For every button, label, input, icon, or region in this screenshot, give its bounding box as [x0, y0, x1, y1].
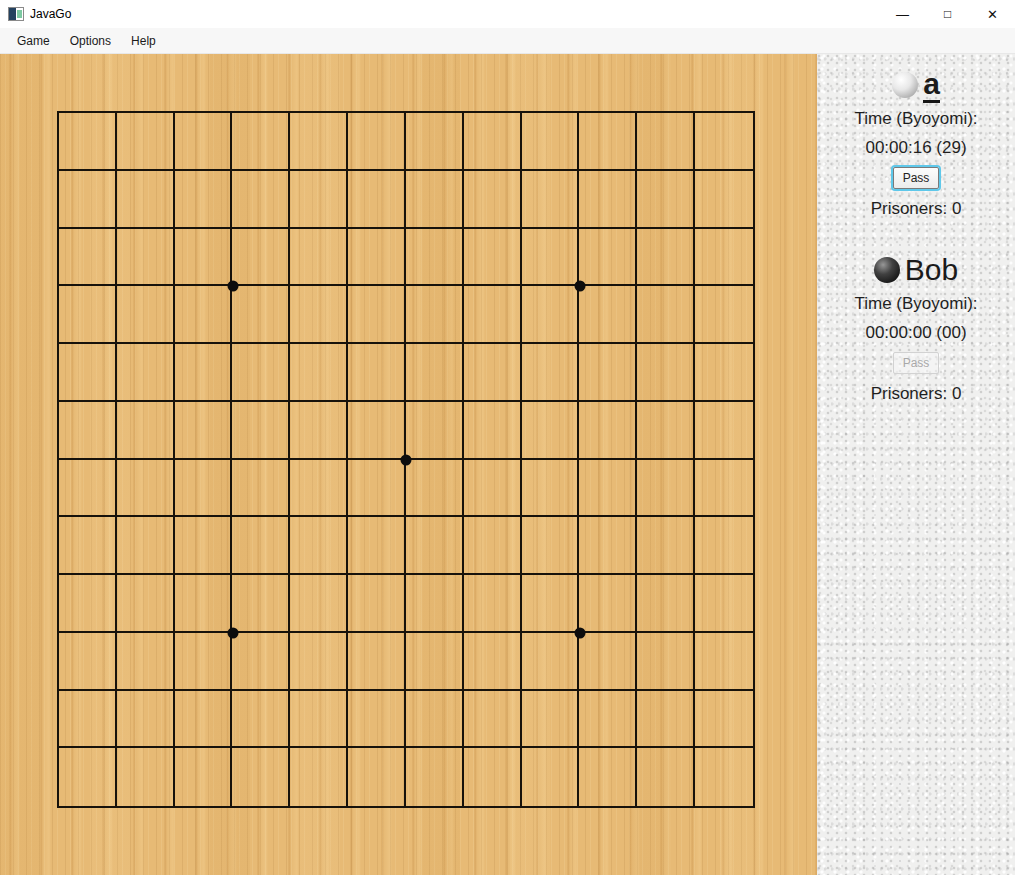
board-cell[interactable] — [232, 748, 290, 806]
board-cell[interactable] — [59, 171, 117, 229]
board-cell[interactable] — [117, 402, 175, 460]
player-row: Bob — [817, 253, 1015, 287]
star-point — [574, 627, 585, 638]
star-point — [401, 454, 412, 465]
board-cell[interactable] — [522, 748, 580, 806]
board-cell[interactable] — [290, 344, 348, 402]
star-point — [227, 627, 238, 638]
board-cell[interactable] — [637, 575, 695, 633]
board-cell[interactable] — [117, 691, 175, 749]
board-cell[interactable] — [637, 517, 695, 575]
time-value: 00:00:00 (00) — [817, 323, 1015, 343]
board-cell[interactable] — [579, 402, 637, 460]
board-cell[interactable] — [695, 460, 753, 518]
board-cell[interactable] — [232, 286, 290, 344]
board-cell[interactable] — [59, 691, 117, 749]
board-cell[interactable] — [348, 286, 406, 344]
board-cell[interactable] — [464, 113, 522, 171]
board-cell[interactable] — [579, 748, 637, 806]
time-value: 00:00:16 (29) — [817, 138, 1015, 158]
board-cell[interactable] — [232, 171, 290, 229]
board-cell[interactable] — [579, 575, 637, 633]
board-cell[interactable] — [522, 344, 580, 402]
board-cell[interactable] — [175, 691, 233, 749]
board-cell[interactable] — [175, 575, 233, 633]
board-cell[interactable] — [579, 113, 637, 171]
board-cell[interactable] — [406, 344, 464, 402]
board-cell[interactable] — [290, 171, 348, 229]
pass-button-white[interactable]: Pass — [893, 167, 940, 189]
board-cell[interactable] — [637, 402, 695, 460]
board-cell[interactable] — [59, 517, 117, 575]
board-cell[interactable] — [290, 633, 348, 691]
player-panel-black: Bob Time (Byoyomi): 00:00:00 (00) Pass P… — [817, 253, 1015, 404]
board-cell[interactable] — [695, 402, 753, 460]
board-cell[interactable] — [695, 229, 753, 287]
board-cell[interactable] — [579, 229, 637, 287]
board-cell[interactable] — [464, 633, 522, 691]
board-cell[interactable] — [406, 171, 464, 229]
board-cell[interactable] — [695, 113, 753, 171]
app-window: JavaGo — □ ✕ Game Options Help a — [0, 0, 1015, 875]
board-cell[interactable] — [59, 286, 117, 344]
board-cell[interactable] — [348, 748, 406, 806]
board-cell[interactable] — [464, 691, 522, 749]
board-cell[interactable] — [695, 344, 753, 402]
board-cell[interactable] — [522, 460, 580, 518]
board-cell[interactable] — [348, 517, 406, 575]
board-cell[interactable] — [464, 286, 522, 344]
board-cell[interactable] — [348, 633, 406, 691]
board-cell[interactable] — [579, 517, 637, 575]
board-cell[interactable] — [348, 402, 406, 460]
board-cell[interactable] — [232, 113, 290, 171]
board-cell[interactable] — [464, 171, 522, 229]
board-cell[interactable] — [464, 517, 522, 575]
board-cell[interactable] — [232, 517, 290, 575]
board-cell[interactable] — [117, 344, 175, 402]
board-cell[interactable] — [464, 229, 522, 287]
board-cell[interactable] — [348, 344, 406, 402]
board-cell[interactable] — [117, 171, 175, 229]
board-cell[interactable] — [290, 517, 348, 575]
board-cell[interactable] — [175, 460, 233, 518]
title-bar: JavaGo — □ ✕ — [0, 0, 1015, 28]
board-cell[interactable] — [464, 460, 522, 518]
board-cell[interactable] — [522, 286, 580, 344]
board-cell[interactable] — [579, 344, 637, 402]
board-cell[interactable] — [348, 575, 406, 633]
board-cell[interactable] — [59, 748, 117, 806]
board-cell[interactable] — [406, 460, 464, 518]
board-cell[interactable] — [175, 344, 233, 402]
board-cell[interactable] — [290, 748, 348, 806]
maximize-icon: □ — [944, 7, 951, 21]
board-cell[interactable] — [117, 460, 175, 518]
board-cell[interactable] — [232, 229, 290, 287]
menu-help[interactable]: Help — [121, 28, 166, 53]
board-cell[interactable] — [290, 691, 348, 749]
board-cell[interactable] — [637, 633, 695, 691]
board-cell[interactable] — [637, 286, 695, 344]
board-cell[interactable] — [59, 344, 117, 402]
board-cell[interactable] — [290, 402, 348, 460]
board-cell[interactable] — [348, 691, 406, 749]
board-cell[interactable] — [695, 286, 753, 344]
close-button[interactable]: ✕ — [970, 0, 1015, 28]
board-cell[interactable] — [695, 517, 753, 575]
board-cell[interactable] — [695, 171, 753, 229]
board-cell[interactable] — [637, 748, 695, 806]
board-cell[interactable] — [406, 748, 464, 806]
board-cell[interactable] — [522, 575, 580, 633]
board-cell[interactable] — [695, 748, 753, 806]
white-stone-icon — [892, 72, 918, 98]
board-cell[interactable] — [579, 460, 637, 518]
board-cell[interactable] — [117, 113, 175, 171]
board-cell[interactable] — [522, 171, 580, 229]
board-cell[interactable] — [406, 113, 464, 171]
board-cell[interactable] — [637, 229, 695, 287]
board-cell[interactable] — [290, 113, 348, 171]
board-cell[interactable] — [406, 229, 464, 287]
board-cell[interactable] — [637, 344, 695, 402]
time-label: Time (Byoyomi): — [817, 109, 1015, 129]
board-cell[interactable] — [59, 113, 117, 171]
board-cell[interactable] — [348, 113, 406, 171]
board-cell[interactable] — [522, 113, 580, 171]
menu-options[interactable]: Options — [60, 28, 121, 53]
board-cell[interactable] — [59, 402, 117, 460]
board-cell[interactable] — [348, 171, 406, 229]
go-board[interactable] — [57, 111, 755, 808]
player-sidebar: a Time (Byoyomi): 00:00:16 (29) Pass Pri… — [817, 54, 1015, 875]
board-cell[interactable] — [406, 286, 464, 344]
board-cell[interactable] — [232, 575, 290, 633]
board-cell[interactable] — [117, 633, 175, 691]
board-cell[interactable] — [232, 633, 290, 691]
board-cell[interactable] — [406, 633, 464, 691]
time-label: Time (Byoyomi): — [817, 294, 1015, 314]
black-stone-icon — [874, 257, 900, 283]
board-cell[interactable] — [522, 402, 580, 460]
board-cell[interactable] — [637, 113, 695, 171]
pass-button-black: Pass — [893, 352, 940, 374]
board-cell[interactable] — [175, 286, 233, 344]
window-controls: — □ ✕ — [880, 0, 1015, 28]
board-cell[interactable] — [290, 229, 348, 287]
board-cell[interactable] — [464, 575, 522, 633]
board-cell[interactable] — [232, 344, 290, 402]
board-cell[interactable] — [695, 633, 753, 691]
board-cell[interactable] — [175, 633, 233, 691]
board-cell[interactable] — [175, 229, 233, 287]
star-point — [574, 281, 585, 292]
board-cell[interactable] — [637, 171, 695, 229]
board-cell[interactable] — [348, 460, 406, 518]
star-point — [227, 281, 238, 292]
app-icon — [8, 7, 24, 21]
prisoners-count: Prisoners: 0 — [817, 384, 1015, 404]
board-cell[interactable] — [117, 748, 175, 806]
board-cell[interactable] — [348, 229, 406, 287]
player-panel-white: a Time (Byoyomi): 00:00:16 (29) Pass Pri… — [817, 68, 1015, 219]
prisoners-count: Prisoners: 0 — [817, 199, 1015, 219]
board-cell[interactable] — [59, 633, 117, 691]
board-cell[interactable] — [522, 229, 580, 287]
board-cell[interactable] — [522, 633, 580, 691]
board-cell[interactable] — [637, 691, 695, 749]
maximize-button[interactable]: □ — [925, 0, 970, 28]
board-cell[interactable] — [464, 748, 522, 806]
menu-game[interactable]: Game — [7, 28, 60, 53]
board-cell[interactable] — [59, 229, 117, 287]
board-cell[interactable] — [522, 517, 580, 575]
board-cell[interactable] — [175, 113, 233, 171]
board-cell[interactable] — [59, 575, 117, 633]
board-cell[interactable] — [522, 691, 580, 749]
app-icon-left — [9, 8, 16, 20]
board-cell[interactable] — [117, 517, 175, 575]
board-cell[interactable] — [232, 691, 290, 749]
window-title: JavaGo — [30, 7, 71, 21]
board-cell[interactable] — [406, 575, 464, 633]
board-cell[interactable] — [579, 691, 637, 749]
board-cell[interactable] — [232, 460, 290, 518]
board-cell[interactable] — [117, 575, 175, 633]
board-cell[interactable] — [579, 286, 637, 344]
minimize-button[interactable]: — — [880, 0, 925, 28]
app-icon-right — [17, 10, 22, 18]
board-cell[interactable] — [232, 402, 290, 460]
board-cell[interactable] — [695, 691, 753, 749]
board-cell[interactable] — [579, 633, 637, 691]
player-name: a — [923, 68, 940, 103]
close-icon: ✕ — [987, 7, 998, 22]
board-cell[interactable] — [290, 460, 348, 518]
board-cell[interactable] — [117, 229, 175, 287]
board-cell[interactable] — [290, 286, 348, 344]
board-cell[interactable] — [695, 575, 753, 633]
player-row: a — [817, 68, 1015, 102]
board-cell[interactable] — [406, 517, 464, 575]
minimize-icon: — — [896, 7, 909, 22]
board-cell[interactable] — [464, 402, 522, 460]
player-name: Bob — [905, 254, 958, 286]
board-cell[interactable] — [637, 460, 695, 518]
board-cell[interactable] — [175, 748, 233, 806]
board-cell[interactable] — [117, 286, 175, 344]
main-content: a Time (Byoyomi): 00:00:16 (29) Pass Pri… — [0, 54, 1015, 875]
board-cell[interactable] — [290, 575, 348, 633]
board-cell[interactable] — [175, 517, 233, 575]
board-cell[interactable] — [175, 171, 233, 229]
board-cell[interactable] — [175, 402, 233, 460]
menu-bar: Game Options Help — [0, 28, 1015, 54]
board-cell[interactable] — [406, 402, 464, 460]
board-cell[interactable] — [464, 344, 522, 402]
board-cell[interactable] — [406, 691, 464, 749]
board-cell[interactable] — [59, 460, 117, 518]
board-area — [0, 54, 817, 875]
board-cell[interactable] — [579, 171, 637, 229]
